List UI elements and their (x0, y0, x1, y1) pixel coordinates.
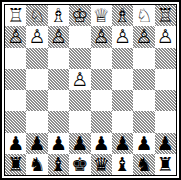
square-c6[interactable] (112, 111, 133, 132)
square-g2[interactable]: ♙ (26, 26, 47, 47)
square-b5[interactable] (133, 90, 154, 111)
square-g5[interactable] (26, 90, 47, 111)
square-d8[interactable]: ♛ (91, 154, 112, 175)
square-f3[interactable] (48, 48, 69, 69)
white-pawn-icon: ♙ (29, 27, 46, 46)
square-c4[interactable] (112, 69, 133, 90)
square-d3[interactable] (91, 48, 112, 69)
square-g3[interactable] (26, 48, 47, 69)
white-pawn-icon: ♙ (114, 27, 131, 46)
square-h8[interactable]: ♜ (5, 154, 26, 175)
black-knight-icon: ♞ (29, 154, 46, 173)
white-pawn-icon: ♙ (135, 27, 152, 46)
square-c8[interactable]: ♝ (112, 154, 133, 175)
square-e5[interactable] (69, 90, 90, 111)
black-rook-icon: ♜ (157, 154, 174, 173)
square-d6[interactable] (91, 111, 112, 132)
square-f8[interactable]: ♝ (48, 154, 69, 175)
square-e2[interactable] (69, 26, 90, 47)
square-c2[interactable]: ♙ (112, 26, 133, 47)
square-b6[interactable] (133, 111, 154, 132)
white-pawn-icon: ♙ (71, 69, 88, 88)
white-pawn-icon: ♙ (93, 27, 110, 46)
square-h6[interactable] (5, 111, 26, 132)
black-pawn-icon: ♟ (93, 133, 110, 152)
black-pawn-icon: ♟ (135, 133, 152, 152)
white-knight-icon: ♘ (135, 6, 152, 25)
square-d1[interactable]: ♕ (91, 5, 112, 26)
square-a7[interactable]: ♟ (155, 133, 176, 154)
white-king-icon: ♔ (71, 6, 88, 25)
square-b3[interactable] (133, 48, 154, 69)
square-f1[interactable]: ♗ (48, 5, 69, 26)
square-e7[interactable]: ♟ (69, 133, 90, 154)
square-a1[interactable]: ♖ (155, 5, 176, 26)
white-queen-icon: ♕ (93, 6, 110, 25)
square-b8[interactable]: ♞ (133, 154, 154, 175)
square-e1[interactable]: ♔ (69, 5, 90, 26)
white-bishop-icon: ♗ (50, 6, 67, 25)
square-h5[interactable] (5, 90, 26, 111)
square-e6[interactable] (69, 111, 90, 132)
black-queen-icon: ♛ (93, 154, 110, 173)
square-g4[interactable] (26, 69, 47, 90)
square-h4[interactable] (5, 69, 26, 90)
square-b7[interactable]: ♟ (133, 133, 154, 154)
square-g8[interactable]: ♞ (26, 154, 47, 175)
white-pawn-icon: ♙ (50, 27, 67, 46)
white-rook-icon: ♖ (157, 6, 174, 25)
square-e3[interactable] (69, 48, 90, 69)
square-h2[interactable]: ♙ (5, 26, 26, 47)
square-h7[interactable]: ♟ (5, 133, 26, 154)
chess-board: ♖♘♗♔♕♗♘♖♙♙♙♙♙♙♙♙♟♟♟♟♟♟♟♟♜♞♝♚♛♝♞♜ (4, 4, 177, 176)
square-b2[interactable]: ♙ (133, 26, 154, 47)
square-a2[interactable]: ♙ (155, 26, 176, 47)
square-a3[interactable] (155, 48, 176, 69)
black-rook-icon: ♜ (7, 154, 24, 173)
square-c7[interactable]: ♟ (112, 133, 133, 154)
square-f6[interactable] (48, 111, 69, 132)
square-c1[interactable]: ♗ (112, 5, 133, 26)
black-bishop-icon: ♝ (114, 154, 131, 173)
square-d7[interactable]: ♟ (91, 133, 112, 154)
black-king-icon: ♚ (71, 154, 88, 173)
black-bishop-icon: ♝ (50, 154, 67, 173)
square-f2[interactable]: ♙ (48, 26, 69, 47)
black-knight-icon: ♞ (135, 154, 152, 173)
square-d2[interactable]: ♙ (91, 26, 112, 47)
black-pawn-icon: ♟ (50, 133, 67, 152)
square-f7[interactable]: ♟ (48, 133, 69, 154)
black-pawn-icon: ♟ (157, 133, 174, 152)
square-a4[interactable] (155, 69, 176, 90)
white-rook-icon: ♖ (7, 6, 24, 25)
white-bishop-icon: ♗ (114, 6, 131, 25)
white-knight-icon: ♘ (29, 6, 46, 25)
square-b1[interactable]: ♘ (133, 5, 154, 26)
black-pawn-icon: ♟ (114, 133, 131, 152)
square-f5[interactable] (48, 90, 69, 111)
square-e4[interactable]: ♙ (69, 69, 90, 90)
square-g6[interactable] (26, 111, 47, 132)
board-frame: ♖♘♗♔♕♗♘♖♙♙♙♙♙♙♙♙♟♟♟♟♟♟♟♟♜♞♝♚♛♝♞♜ (0, 0, 181, 180)
square-a6[interactable] (155, 111, 176, 132)
square-g1[interactable]: ♘ (26, 5, 47, 26)
square-d5[interactable] (91, 90, 112, 111)
square-h1[interactable]: ♖ (5, 5, 26, 26)
square-c5[interactable] (112, 90, 133, 111)
white-pawn-icon: ♙ (7, 27, 24, 46)
square-b4[interactable] (133, 69, 154, 90)
black-pawn-icon: ♟ (7, 133, 24, 152)
square-e8[interactable]: ♚ (69, 154, 90, 175)
square-c3[interactable] (112, 48, 133, 69)
square-a8[interactable]: ♜ (155, 154, 176, 175)
square-f4[interactable] (48, 69, 69, 90)
square-a5[interactable] (155, 90, 176, 111)
black-pawn-icon: ♟ (29, 133, 46, 152)
black-pawn-icon: ♟ (71, 133, 88, 152)
square-g7[interactable]: ♟ (26, 133, 47, 154)
square-h3[interactable] (5, 48, 26, 69)
white-pawn-icon: ♙ (157, 27, 174, 46)
square-d4[interactable] (91, 69, 112, 90)
